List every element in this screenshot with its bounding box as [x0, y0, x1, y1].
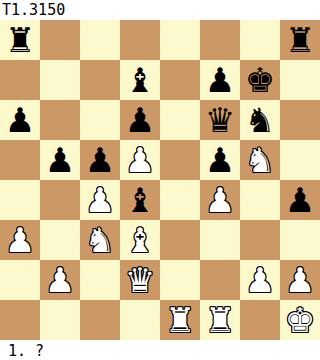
black-pawn: ♟	[85, 140, 115, 180]
square-a1[interactable]	[0, 300, 40, 340]
black-pawn: ♟	[125, 100, 155, 140]
square-c3[interactable]: ♞	[80, 220, 120, 260]
square-f5[interactable]: ♟	[200, 140, 240, 180]
square-g6[interactable]: ♞	[240, 100, 280, 140]
black-pawn: ♟	[5, 100, 35, 140]
white-knight: ♞	[85, 220, 115, 260]
square-d2[interactable]: ♛	[120, 260, 160, 300]
square-h6[interactable]	[280, 100, 320, 140]
square-e1[interactable]: ♜	[160, 300, 200, 340]
square-a3[interactable]: ♟	[0, 220, 40, 260]
square-c4[interactable]: ♟	[80, 180, 120, 220]
square-b6[interactable]	[40, 100, 80, 140]
square-h8[interactable]: ♜	[280, 20, 320, 60]
white-rook: ♜	[165, 300, 195, 340]
square-f7[interactable]: ♟	[200, 60, 240, 100]
square-c1[interactable]	[80, 300, 120, 340]
black-bishop: ♝	[125, 180, 155, 220]
square-g5[interactable]: ♞	[240, 140, 280, 180]
square-c5[interactable]: ♟	[80, 140, 120, 180]
square-a8[interactable]: ♜	[0, 20, 40, 60]
square-f4[interactable]: ♟	[200, 180, 240, 220]
square-f3[interactable]	[200, 220, 240, 260]
square-a4[interactable]	[0, 180, 40, 220]
white-pawn: ♟	[45, 260, 75, 300]
puzzle-title: T1.3150	[0, 0, 320, 20]
white-king: ♚	[285, 300, 315, 340]
square-e2[interactable]	[160, 260, 200, 300]
square-g7[interactable]: ♚	[240, 60, 280, 100]
white-pawn: ♟	[285, 260, 315, 300]
black-king: ♚	[245, 60, 275, 100]
square-h7[interactable]	[280, 60, 320, 100]
square-b7[interactable]	[40, 60, 80, 100]
square-e4[interactable]	[160, 180, 200, 220]
square-b1[interactable]	[40, 300, 80, 340]
square-g3[interactable]	[240, 220, 280, 260]
square-d7[interactable]: ♝	[120, 60, 160, 100]
black-pawn: ♟	[45, 140, 75, 180]
square-d6[interactable]: ♟	[120, 100, 160, 140]
square-h4[interactable]: ♟	[280, 180, 320, 220]
square-d3[interactable]: ♝	[120, 220, 160, 260]
square-e3[interactable]	[160, 220, 200, 260]
white-knight: ♞	[245, 140, 275, 180]
white-pawn: ♟	[85, 180, 115, 220]
square-b2[interactable]: ♟	[40, 260, 80, 300]
square-b8[interactable]	[40, 20, 80, 60]
square-c6[interactable]	[80, 100, 120, 140]
square-d5[interactable]: ♟	[120, 140, 160, 180]
square-a7[interactable]	[0, 60, 40, 100]
square-a2[interactable]	[0, 260, 40, 300]
white-rook: ♜	[205, 300, 235, 340]
square-c8[interactable]	[80, 20, 120, 60]
square-f6[interactable]: ♛	[200, 100, 240, 140]
square-f1[interactable]: ♜	[200, 300, 240, 340]
black-bishop: ♝	[125, 60, 155, 100]
white-queen: ♛	[125, 260, 155, 300]
square-h2[interactable]: ♟	[280, 260, 320, 300]
square-d1[interactable]	[120, 300, 160, 340]
square-g4[interactable]	[240, 180, 280, 220]
square-e7[interactable]	[160, 60, 200, 100]
black-pawn: ♟	[285, 180, 315, 220]
square-g8[interactable]	[240, 20, 280, 60]
black-pawn: ♟	[205, 60, 235, 100]
chess-board: ♜♜♝♟♚♟♟♛♞♟♟♟♟♞♟♝♟♟♟♞♝♟♛♟♟♜♜♚	[0, 20, 320, 340]
black-queen: ♛	[205, 100, 235, 140]
square-f8[interactable]	[200, 20, 240, 60]
white-pawn: ♟	[245, 260, 275, 300]
square-e5[interactable]	[160, 140, 200, 180]
black-rook: ♜	[285, 20, 315, 60]
square-a6[interactable]: ♟	[0, 100, 40, 140]
black-rook: ♜	[5, 20, 35, 60]
white-bishop: ♝	[125, 220, 155, 260]
square-g2[interactable]: ♟	[240, 260, 280, 300]
square-b4[interactable]	[40, 180, 80, 220]
square-a5[interactable]	[0, 140, 40, 180]
move-prompt: 1. ?	[0, 340, 320, 360]
square-h5[interactable]	[280, 140, 320, 180]
white-pawn: ♟	[125, 140, 155, 180]
square-d4[interactable]: ♝	[120, 180, 160, 220]
white-pawn: ♟	[205, 180, 235, 220]
square-g1[interactable]	[240, 300, 280, 340]
square-c2[interactable]	[80, 260, 120, 300]
black-knight: ♞	[245, 100, 275, 140]
white-pawn: ♟	[5, 220, 35, 260]
square-h3[interactable]	[280, 220, 320, 260]
square-f2[interactable]	[200, 260, 240, 300]
black-pawn: ♟	[205, 140, 235, 180]
square-b5[interactable]: ♟	[40, 140, 80, 180]
square-e8[interactable]	[160, 20, 200, 60]
square-d8[interactable]	[120, 20, 160, 60]
square-b3[interactable]	[40, 220, 80, 260]
square-c7[interactable]	[80, 60, 120, 100]
square-h1[interactable]: ♚	[280, 300, 320, 340]
square-e6[interactable]	[160, 100, 200, 140]
